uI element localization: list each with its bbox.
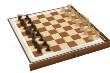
photo-scene: ♜♟♟♜♞♟♟♞♝♟♟♝♛♟♟♛♚♟♟♚♝♟♟♝♞♟♟♞♜♟♟♜ [0,0,110,73]
black-p-piece: ♟ [44,44,54,53]
white-p-piece: ♟ [86,33,95,42]
black-r-piece: ♜ [35,45,45,56]
front-edge-fold-seam [73,52,74,58]
product-photo: { "game": "chess", "scene": "wooden fold… [0,0,110,73]
